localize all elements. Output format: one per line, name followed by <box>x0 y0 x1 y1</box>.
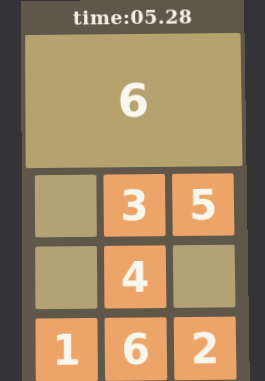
grid-cell-r2c3[interactable] <box>173 245 236 308</box>
grid-cell-r3c1[interactable]: 1 <box>35 318 97 381</box>
grid-cell-r1c2[interactable]: 3 <box>103 174 165 237</box>
timer-bar: time:05.28 <box>21 0 244 34</box>
grid-cell-r3c3[interactable]: 2 <box>174 317 237 381</box>
grid-cell-r1c1[interactable] <box>35 175 97 238</box>
target-number: 6 <box>117 74 149 128</box>
grid-cell-r1c3[interactable]: 5 <box>172 173 234 236</box>
number-grid: 3 5 4 1 6 2 <box>22 173 250 381</box>
grid-cell-r2c1[interactable] <box>35 246 97 309</box>
grid-cell-r2c2[interactable]: 4 <box>104 245 166 308</box>
game-screen: time:05.28 6 3 5 4 1 6 2 <box>21 0 250 381</box>
grid-cell-r3c2[interactable]: 6 <box>105 317 168 381</box>
app-canvas: time:05.28 6 3 5 4 1 6 2 <box>0 0 265 381</box>
timer-text: time:05.28 <box>73 5 193 28</box>
target-number-card: 6 <box>25 33 242 168</box>
